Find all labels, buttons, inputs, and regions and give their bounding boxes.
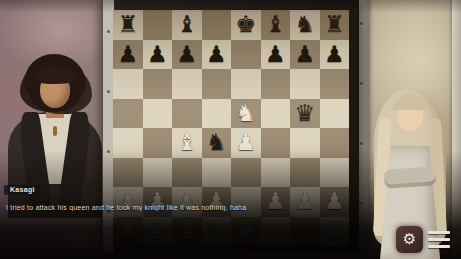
square-f1[interactable] xyxy=(261,217,291,247)
piece-white-bishop: ♝ xyxy=(176,128,197,158)
square-h5[interactable] xyxy=(320,99,350,129)
square-f8[interactable]: ♝ xyxy=(261,10,291,40)
square-h4[interactable] xyxy=(320,128,350,158)
square-b8[interactable] xyxy=(143,10,173,40)
square-g6[interactable] xyxy=(290,69,320,99)
square-c1[interactable]: ♝ xyxy=(172,217,202,247)
settings-button[interactable]: ⚙ xyxy=(396,226,423,253)
square-a5[interactable] xyxy=(113,99,143,129)
piece-black-rook: ♜ xyxy=(324,10,345,40)
piece-white-pawn: ♟ xyxy=(294,187,315,217)
square-a1[interactable]: ♜ xyxy=(113,217,143,247)
square-e8[interactable]: ♚ xyxy=(231,10,261,40)
piece-black-rook: ♜ xyxy=(117,10,138,40)
piece-black-pawn: ♟ xyxy=(265,40,286,70)
square-g8[interactable]: ♞ xyxy=(290,10,320,40)
square-c8[interactable]: ♝ xyxy=(172,10,202,40)
square-e1[interactable]: ♚ xyxy=(231,217,261,247)
square-b2[interactable]: ♟ xyxy=(143,187,173,217)
square-e3[interactable] xyxy=(231,158,261,188)
man-pendant xyxy=(53,126,57,136)
square-c7[interactable]: ♟ xyxy=(172,40,202,70)
square-g2[interactable]: ♟ xyxy=(290,187,320,217)
square-a3[interactable] xyxy=(113,158,143,188)
square-h6[interactable] xyxy=(320,69,350,99)
piece-white-pawn: ♟ xyxy=(117,187,138,217)
piece-white-pawn: ♟ xyxy=(147,187,168,217)
piece-white-pawn: ♟ xyxy=(176,187,197,217)
piece-black-queen: ♛ xyxy=(294,99,315,129)
square-b6[interactable] xyxy=(143,69,173,99)
square-h7[interactable]: ♟ xyxy=(320,40,350,70)
piece-black-pawn: ♟ xyxy=(176,40,197,70)
square-d7[interactable]: ♟ xyxy=(202,40,232,70)
piece-black-bishop: ♝ xyxy=(176,10,197,40)
piece-white-knight: ♞ xyxy=(235,99,256,129)
game-screen: ♜♝♚♝♞♜♟♟♟♟♟♟♟♞♛♝♞♟♟♟♟♟♟♟♟♜♞♝♛♚♜ Kasagi I… xyxy=(0,0,461,259)
piece-white-rook: ♜ xyxy=(324,217,345,247)
square-d6[interactable] xyxy=(202,69,232,99)
square-a6[interactable] xyxy=(113,69,143,99)
piece-black-knight: ♞ xyxy=(206,128,227,158)
square-b7[interactable]: ♟ xyxy=(143,40,173,70)
piece-white-pawn: ♟ xyxy=(265,187,286,217)
piece-black-pawn: ♟ xyxy=(324,40,345,70)
square-g5[interactable]: ♛ xyxy=(290,99,320,129)
square-h8[interactable]: ♜ xyxy=(320,10,350,40)
square-a7[interactable]: ♟ xyxy=(113,40,143,70)
square-e2[interactable] xyxy=(231,187,261,217)
piece-white-queen: ♛ xyxy=(206,217,227,247)
piece-black-knight: ♞ xyxy=(294,10,315,40)
piece-white-pawn: ♟ xyxy=(235,128,256,158)
square-d3[interactable] xyxy=(202,158,232,188)
square-d5[interactable] xyxy=(202,99,232,129)
square-e5[interactable]: ♞ xyxy=(231,99,261,129)
square-d8[interactable] xyxy=(202,10,232,40)
square-c4[interactable]: ♝ xyxy=(172,128,202,158)
piece-black-pawn: ♟ xyxy=(147,40,168,70)
square-f3[interactable] xyxy=(261,158,291,188)
square-h2[interactable]: ♟ xyxy=(320,187,350,217)
square-h3[interactable] xyxy=(320,158,350,188)
piece-black-pawn: ♟ xyxy=(117,40,138,70)
piece-white-pawn: ♟ xyxy=(324,187,345,217)
square-c5[interactable] xyxy=(172,99,202,129)
piece-white-pawn: ♟ xyxy=(206,187,227,217)
piece-black-pawn: ♟ xyxy=(294,40,315,70)
gear-icon: ⚙ xyxy=(403,232,416,247)
square-a4[interactable] xyxy=(113,128,143,158)
square-b5[interactable] xyxy=(143,99,173,129)
piece-white-knight: ♞ xyxy=(147,217,168,247)
square-f5[interactable] xyxy=(261,99,291,129)
square-a8[interactable]: ♜ xyxy=(113,10,143,40)
piece-white-rook: ♜ xyxy=(117,217,138,247)
piece-black-king: ♚ xyxy=(235,10,256,40)
square-g1[interactable] xyxy=(290,217,320,247)
square-c3[interactable] xyxy=(172,158,202,188)
piece-black-pawn: ♟ xyxy=(206,40,227,70)
hamburger-icon xyxy=(428,231,450,234)
speaker-nametag: Kasagi xyxy=(4,185,41,195)
square-g7[interactable]: ♟ xyxy=(290,40,320,70)
square-d4[interactable]: ♞ xyxy=(202,128,232,158)
square-g4[interactable] xyxy=(290,128,320,158)
square-e6[interactable] xyxy=(231,69,261,99)
square-h1[interactable]: ♜ xyxy=(320,217,350,247)
menu-button[interactable] xyxy=(428,231,450,248)
square-d1[interactable]: ♛ xyxy=(202,217,232,247)
square-b3[interactable] xyxy=(143,158,173,188)
square-f4[interactable] xyxy=(261,128,291,158)
square-f7[interactable]: ♟ xyxy=(261,40,291,70)
piece-white-bishop: ♝ xyxy=(176,217,197,247)
dialogue-text[interactable]: I tried to attack his queen and he took … xyxy=(6,204,354,211)
square-b1[interactable]: ♞ xyxy=(143,217,173,247)
square-c6[interactable] xyxy=(172,69,202,99)
square-c2[interactable]: ♟ xyxy=(172,187,202,217)
square-e7[interactable] xyxy=(231,40,261,70)
piece-black-bishop: ♝ xyxy=(265,10,286,40)
square-b4[interactable] xyxy=(143,128,173,158)
square-a2[interactable]: ♟ xyxy=(113,187,143,217)
piece-white-king: ♚ xyxy=(235,217,256,247)
square-d2[interactable]: ♟ xyxy=(202,187,232,217)
square-f2[interactable]: ♟ xyxy=(261,187,291,217)
square-f6[interactable] xyxy=(261,69,291,99)
square-g3[interactable] xyxy=(290,158,320,188)
square-e4[interactable]: ♟ xyxy=(231,128,261,158)
